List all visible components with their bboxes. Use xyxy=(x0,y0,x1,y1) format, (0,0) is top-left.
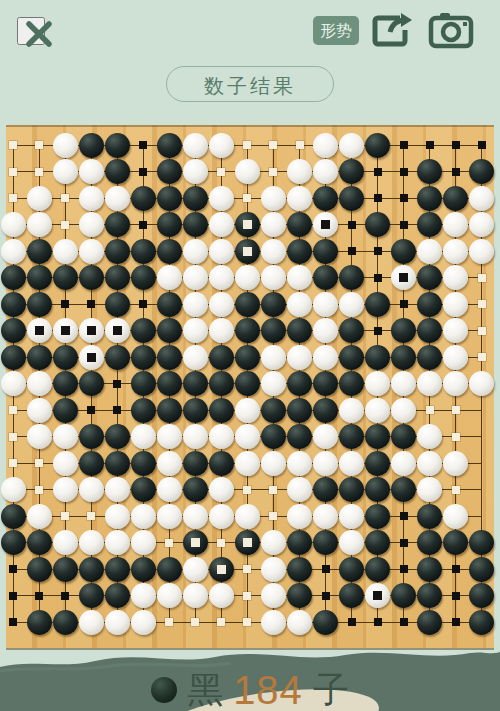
board-cell[interactable] xyxy=(78,158,104,185)
board-cell[interactable] xyxy=(339,185,365,212)
board-cell[interactable] xyxy=(156,317,182,344)
board-cell[interactable] xyxy=(182,264,208,291)
board-cell[interactable] xyxy=(260,609,286,636)
board-cell[interactable] xyxy=(365,529,391,556)
board-cell[interactable] xyxy=(26,158,52,185)
board-cell[interactable] xyxy=(234,609,260,636)
board-cell[interactable] xyxy=(234,423,260,450)
board-cell[interactable] xyxy=(469,264,495,291)
board-cell[interactable] xyxy=(52,344,78,371)
board-cell[interactable] xyxy=(339,529,365,556)
board-cell[interactable] xyxy=(234,529,260,556)
board-cell[interactable] xyxy=(130,556,156,583)
board-cell[interactable] xyxy=(52,476,78,503)
board-cell[interactable] xyxy=(52,317,78,344)
board-cell[interactable] xyxy=(78,238,104,265)
board-cell[interactable] xyxy=(130,238,156,265)
board-cell[interactable] xyxy=(104,423,130,450)
board-cell[interactable] xyxy=(52,423,78,450)
board-cell[interactable] xyxy=(339,450,365,477)
board-cell[interactable] xyxy=(78,609,104,636)
board-cell[interactable] xyxy=(156,291,182,318)
board-cell[interactable] xyxy=(417,476,443,503)
board-cell[interactable] xyxy=(234,582,260,609)
board-cell[interactable] xyxy=(443,291,469,318)
board-cell[interactable] xyxy=(130,609,156,636)
board-cell[interactable] xyxy=(26,291,52,318)
board-cell[interactable] xyxy=(78,556,104,583)
board-cell[interactable] xyxy=(130,211,156,238)
board-cell[interactable] xyxy=(469,370,495,397)
board-cell[interactable] xyxy=(52,238,78,265)
board-cell[interactable] xyxy=(365,609,391,636)
board-cell[interactable] xyxy=(287,291,313,318)
board-cell[interactable] xyxy=(469,476,495,503)
board-cell[interactable] xyxy=(104,450,130,477)
board-cell[interactable] xyxy=(443,397,469,424)
board-cell[interactable] xyxy=(104,476,130,503)
board-cell[interactable] xyxy=(156,397,182,424)
board-cell[interactable] xyxy=(260,317,286,344)
board-cell[interactable] xyxy=(78,397,104,424)
board-cell[interactable] xyxy=(443,609,469,636)
board-cell[interactable] xyxy=(26,609,52,636)
board-cell[interactable] xyxy=(156,556,182,583)
board-cell[interactable] xyxy=(339,397,365,424)
board-cell[interactable] xyxy=(234,158,260,185)
board-cell[interactable] xyxy=(78,423,104,450)
board-cell[interactable] xyxy=(182,450,208,477)
board-cell[interactable] xyxy=(417,450,443,477)
board-cell[interactable] xyxy=(443,476,469,503)
board-cell[interactable] xyxy=(365,370,391,397)
board-cell[interactable] xyxy=(182,291,208,318)
board-cell[interactable] xyxy=(287,397,313,424)
board-cell[interactable] xyxy=(52,132,78,159)
board-cell[interactable] xyxy=(26,317,52,344)
board-cell[interactable] xyxy=(156,158,182,185)
board-cell[interactable] xyxy=(260,397,286,424)
board-cell[interactable] xyxy=(0,423,26,450)
board-cell[interactable] xyxy=(234,317,260,344)
board-cell[interactable] xyxy=(260,211,286,238)
board-cell[interactable] xyxy=(104,344,130,371)
board-cell[interactable] xyxy=(0,211,26,238)
board-cell[interactable] xyxy=(104,556,130,583)
board-cell[interactable] xyxy=(417,529,443,556)
board-cell[interactable] xyxy=(313,185,339,212)
board-cell[interactable] xyxy=(130,582,156,609)
board-cell[interactable] xyxy=(182,185,208,212)
board-cell[interactable] xyxy=(234,370,260,397)
board-cell[interactable] xyxy=(260,291,286,318)
board-cell[interactable] xyxy=(234,132,260,159)
board-cell[interactable] xyxy=(417,582,443,609)
board-cell[interactable] xyxy=(130,158,156,185)
board-cell[interactable] xyxy=(313,344,339,371)
board-cell[interactable] xyxy=(52,503,78,530)
board-cell[interactable] xyxy=(104,609,130,636)
board-cell[interactable] xyxy=(104,370,130,397)
board-cell[interactable] xyxy=(260,185,286,212)
board-cell[interactable] xyxy=(156,211,182,238)
board-cell[interactable] xyxy=(208,370,234,397)
board-cell[interactable] xyxy=(260,582,286,609)
board-cell[interactable] xyxy=(234,450,260,477)
board-cell[interactable] xyxy=(0,132,26,159)
board-cell[interactable] xyxy=(313,211,339,238)
board-cell[interactable] xyxy=(78,370,104,397)
board-cell[interactable] xyxy=(313,397,339,424)
board-cell[interactable] xyxy=(26,397,52,424)
board-cell[interactable] xyxy=(391,609,417,636)
board-cell[interactable] xyxy=(260,370,286,397)
board-cell[interactable] xyxy=(78,529,104,556)
board-cell[interactable] xyxy=(313,476,339,503)
board-cell[interactable] xyxy=(287,238,313,265)
board-cell[interactable] xyxy=(365,344,391,371)
board-cell[interactable] xyxy=(365,397,391,424)
board-cell[interactable] xyxy=(130,397,156,424)
board-cell[interactable] xyxy=(52,529,78,556)
board-cell[interactable] xyxy=(365,264,391,291)
board-cell[interactable] xyxy=(391,317,417,344)
board-cell[interactable] xyxy=(156,609,182,636)
board-cell[interactable] xyxy=(417,556,443,583)
board-cell[interactable] xyxy=(26,211,52,238)
board-cell[interactable] xyxy=(104,291,130,318)
board-cell[interactable] xyxy=(469,450,495,477)
board-cell[interactable] xyxy=(313,238,339,265)
board-cell[interactable] xyxy=(443,450,469,477)
board-cell[interactable] xyxy=(104,264,130,291)
board-cell[interactable] xyxy=(365,556,391,583)
board-cell[interactable] xyxy=(365,158,391,185)
board-cell[interactable] xyxy=(208,291,234,318)
board-cell[interactable] xyxy=(104,529,130,556)
board-cell[interactable] xyxy=(391,344,417,371)
board-cell[interactable] xyxy=(417,132,443,159)
board-cell[interactable] xyxy=(469,503,495,530)
board-cell[interactable] xyxy=(26,132,52,159)
board-cell[interactable] xyxy=(287,317,313,344)
board-cell[interactable] xyxy=(0,503,26,530)
board-cell[interactable] xyxy=(365,450,391,477)
board-cell[interactable] xyxy=(365,211,391,238)
board-cell[interactable] xyxy=(104,582,130,609)
board-cell[interactable] xyxy=(339,609,365,636)
board-cell[interactable] xyxy=(78,450,104,477)
board-cell[interactable] xyxy=(391,556,417,583)
board-cell[interactable] xyxy=(469,211,495,238)
board-cell[interactable] xyxy=(339,476,365,503)
board-cell[interactable] xyxy=(339,132,365,159)
board-cell[interactable] xyxy=(391,397,417,424)
board-cell[interactable] xyxy=(182,423,208,450)
board-cell[interactable] xyxy=(130,264,156,291)
board-cell[interactable] xyxy=(469,397,495,424)
board-cell[interactable] xyxy=(260,158,286,185)
board-cell[interactable] xyxy=(365,132,391,159)
board-cell[interactable] xyxy=(469,529,495,556)
board-cell[interactable] xyxy=(287,556,313,583)
board-cell[interactable] xyxy=(287,211,313,238)
board-cell[interactable] xyxy=(391,503,417,530)
board-cell[interactable] xyxy=(443,317,469,344)
board-cell[interactable] xyxy=(443,556,469,583)
board-cell[interactable] xyxy=(78,582,104,609)
board-cell[interactable] xyxy=(339,582,365,609)
board-cell[interactable] xyxy=(78,476,104,503)
board-cell[interactable] xyxy=(313,423,339,450)
board-cell[interactable] xyxy=(260,238,286,265)
board-cell[interactable] xyxy=(365,582,391,609)
board-cell[interactable] xyxy=(469,582,495,609)
board-cell[interactable] xyxy=(313,158,339,185)
board-cell[interactable] xyxy=(365,476,391,503)
board-cell[interactable] xyxy=(52,291,78,318)
board-cell[interactable] xyxy=(313,503,339,530)
board-cell[interactable] xyxy=(287,529,313,556)
board-cell[interactable] xyxy=(104,503,130,530)
board-cell[interactable] xyxy=(391,132,417,159)
board-cell[interactable] xyxy=(287,450,313,477)
board-cell[interactable] xyxy=(260,556,286,583)
board-cell[interactable] xyxy=(260,476,286,503)
board-cell[interactable] xyxy=(417,423,443,450)
board-cell[interactable] xyxy=(417,158,443,185)
board-cell[interactable] xyxy=(313,529,339,556)
board-cell[interactable] xyxy=(234,291,260,318)
board-cell[interactable] xyxy=(104,132,130,159)
board-cell[interactable] xyxy=(78,344,104,371)
board-cell[interactable] xyxy=(287,609,313,636)
board-cell[interactable] xyxy=(443,423,469,450)
board-cell[interactable] xyxy=(339,344,365,371)
board-cell[interactable] xyxy=(0,264,26,291)
board-cell[interactable] xyxy=(208,132,234,159)
board-cell[interactable] xyxy=(0,158,26,185)
board-cell[interactable] xyxy=(443,529,469,556)
close-button[interactable] xyxy=(17,17,45,45)
board-cell[interactable] xyxy=(313,450,339,477)
board-cell[interactable] xyxy=(130,132,156,159)
board-cell[interactable] xyxy=(208,317,234,344)
board-cell[interactable] xyxy=(0,238,26,265)
board-cell[interactable] xyxy=(313,582,339,609)
board-cell[interactable] xyxy=(78,185,104,212)
board-cell[interactable] xyxy=(52,609,78,636)
board-cell[interactable] xyxy=(156,185,182,212)
board-cell[interactable] xyxy=(182,132,208,159)
board-cell[interactable] xyxy=(469,344,495,371)
board-cell[interactable] xyxy=(104,158,130,185)
board-cell[interactable] xyxy=(313,317,339,344)
board-cell[interactable] xyxy=(78,132,104,159)
board-cell[interactable] xyxy=(156,582,182,609)
board-cell[interactable] xyxy=(417,211,443,238)
board-cell[interactable] xyxy=(156,344,182,371)
board-cell[interactable] xyxy=(78,317,104,344)
board-cell[interactable] xyxy=(130,503,156,530)
board-cell[interactable] xyxy=(443,185,469,212)
board-cell[interactable] xyxy=(391,185,417,212)
board-cell[interactable] xyxy=(0,476,26,503)
board-cell[interactable] xyxy=(469,317,495,344)
board-cell[interactable] xyxy=(208,423,234,450)
board-cell[interactable] xyxy=(260,344,286,371)
board-cell[interactable] xyxy=(208,556,234,583)
board-cell[interactable] xyxy=(391,476,417,503)
board-cell[interactable] xyxy=(443,264,469,291)
board-cell[interactable] xyxy=(391,238,417,265)
board-cell[interactable] xyxy=(391,582,417,609)
board-cell[interactable] xyxy=(287,185,313,212)
board-cell[interactable] xyxy=(26,529,52,556)
board-cell[interactable] xyxy=(208,211,234,238)
board-cell[interactable] xyxy=(287,158,313,185)
board-cell[interactable] xyxy=(52,211,78,238)
board-cell[interactable] xyxy=(313,370,339,397)
board-cell[interactable] xyxy=(52,185,78,212)
board-cell[interactable] xyxy=(417,185,443,212)
situation-button[interactable]: 形势 xyxy=(313,16,359,45)
board-cell[interactable] xyxy=(417,317,443,344)
board-cell[interactable] xyxy=(104,397,130,424)
board-cell[interactable] xyxy=(208,264,234,291)
board-cell[interactable] xyxy=(417,344,443,371)
board-cell[interactable] xyxy=(0,397,26,424)
board-cell[interactable] xyxy=(469,423,495,450)
board-cell[interactable] xyxy=(339,264,365,291)
board-cell[interactable] xyxy=(234,344,260,371)
board-cell[interactable] xyxy=(469,291,495,318)
board-cell[interactable] xyxy=(26,450,52,477)
board-cell[interactable] xyxy=(182,556,208,583)
board-cell[interactable] xyxy=(182,317,208,344)
board-cell[interactable] xyxy=(417,238,443,265)
board-cell[interactable] xyxy=(443,344,469,371)
board-cell[interactable] xyxy=(52,264,78,291)
board-cell[interactable] xyxy=(182,609,208,636)
board-cell[interactable] xyxy=(130,344,156,371)
board-cell[interactable] xyxy=(130,476,156,503)
board-cell[interactable] xyxy=(26,370,52,397)
board-cell[interactable] xyxy=(26,582,52,609)
board-cell[interactable] xyxy=(339,556,365,583)
board-cell[interactable] xyxy=(391,264,417,291)
board-cell[interactable] xyxy=(339,238,365,265)
board-cell[interactable] xyxy=(365,291,391,318)
board-cell[interactable] xyxy=(417,397,443,424)
board-cell[interactable] xyxy=(156,450,182,477)
board-cell[interactable] xyxy=(234,476,260,503)
board-cell[interactable] xyxy=(391,529,417,556)
board-cell[interactable] xyxy=(417,264,443,291)
board-cell[interactable] xyxy=(156,529,182,556)
board-cell[interactable] xyxy=(287,370,313,397)
board-cell[interactable] xyxy=(208,582,234,609)
board-cell[interactable] xyxy=(26,503,52,530)
board-cell[interactable] xyxy=(391,211,417,238)
board-cell[interactable] xyxy=(260,529,286,556)
board-cell[interactable] xyxy=(0,529,26,556)
board-cell[interactable] xyxy=(208,397,234,424)
board-cell[interactable] xyxy=(156,264,182,291)
board-cell[interactable] xyxy=(208,609,234,636)
board-cell[interactable] xyxy=(469,609,495,636)
board-cell[interactable] xyxy=(208,344,234,371)
board-cell[interactable] xyxy=(26,476,52,503)
board-cell[interactable] xyxy=(443,503,469,530)
board-cell[interactable] xyxy=(287,264,313,291)
board-cell[interactable] xyxy=(0,370,26,397)
board-cell[interactable] xyxy=(78,291,104,318)
board-cell[interactable] xyxy=(156,132,182,159)
board-cell[interactable] xyxy=(365,238,391,265)
board-cell[interactable] xyxy=(313,291,339,318)
board-cell[interactable] xyxy=(182,397,208,424)
board-cell[interactable] xyxy=(287,582,313,609)
board-cell[interactable] xyxy=(417,370,443,397)
board-cell[interactable] xyxy=(339,317,365,344)
board-cell[interactable] xyxy=(313,132,339,159)
board-cell[interactable] xyxy=(78,503,104,530)
counting-result-button[interactable]: 数子结果 xyxy=(166,66,334,102)
board-cell[interactable] xyxy=(417,291,443,318)
board-cell[interactable] xyxy=(260,132,286,159)
board-cell[interactable] xyxy=(443,370,469,397)
board-cell[interactable] xyxy=(130,370,156,397)
board-cell[interactable] xyxy=(52,158,78,185)
board-cell[interactable] xyxy=(208,238,234,265)
board-cell[interactable] xyxy=(104,211,130,238)
board-cell[interactable] xyxy=(417,609,443,636)
board-cell[interactable] xyxy=(156,370,182,397)
board-cell[interactable] xyxy=(208,185,234,212)
board-cell[interactable] xyxy=(260,450,286,477)
board-cell[interactable] xyxy=(339,158,365,185)
board-cell[interactable] xyxy=(287,132,313,159)
board-cell[interactable] xyxy=(130,185,156,212)
board-cell[interactable] xyxy=(208,158,234,185)
board-cell[interactable] xyxy=(104,238,130,265)
board-cell[interactable] xyxy=(287,476,313,503)
board-cell[interactable] xyxy=(156,423,182,450)
board-cell[interactable] xyxy=(78,264,104,291)
board-cell[interactable] xyxy=(287,344,313,371)
board-cell[interactable] xyxy=(469,238,495,265)
board-cell[interactable] xyxy=(234,503,260,530)
board-cell[interactable] xyxy=(443,211,469,238)
board-cell[interactable] xyxy=(52,397,78,424)
board-cell[interactable] xyxy=(260,503,286,530)
board-cell[interactable] xyxy=(0,450,26,477)
board-cell[interactable] xyxy=(391,370,417,397)
board-cell[interactable] xyxy=(0,317,26,344)
board-cell[interactable] xyxy=(182,211,208,238)
board-cell[interactable] xyxy=(365,423,391,450)
board-cell[interactable] xyxy=(26,238,52,265)
board-cell[interactable] xyxy=(52,582,78,609)
board-cell[interactable] xyxy=(234,397,260,424)
board-cell[interactable] xyxy=(287,423,313,450)
board-cell[interactable] xyxy=(391,423,417,450)
board-cell[interactable] xyxy=(443,158,469,185)
board-cell[interactable] xyxy=(130,529,156,556)
board-cell[interactable] xyxy=(182,238,208,265)
board-cell[interactable] xyxy=(339,291,365,318)
